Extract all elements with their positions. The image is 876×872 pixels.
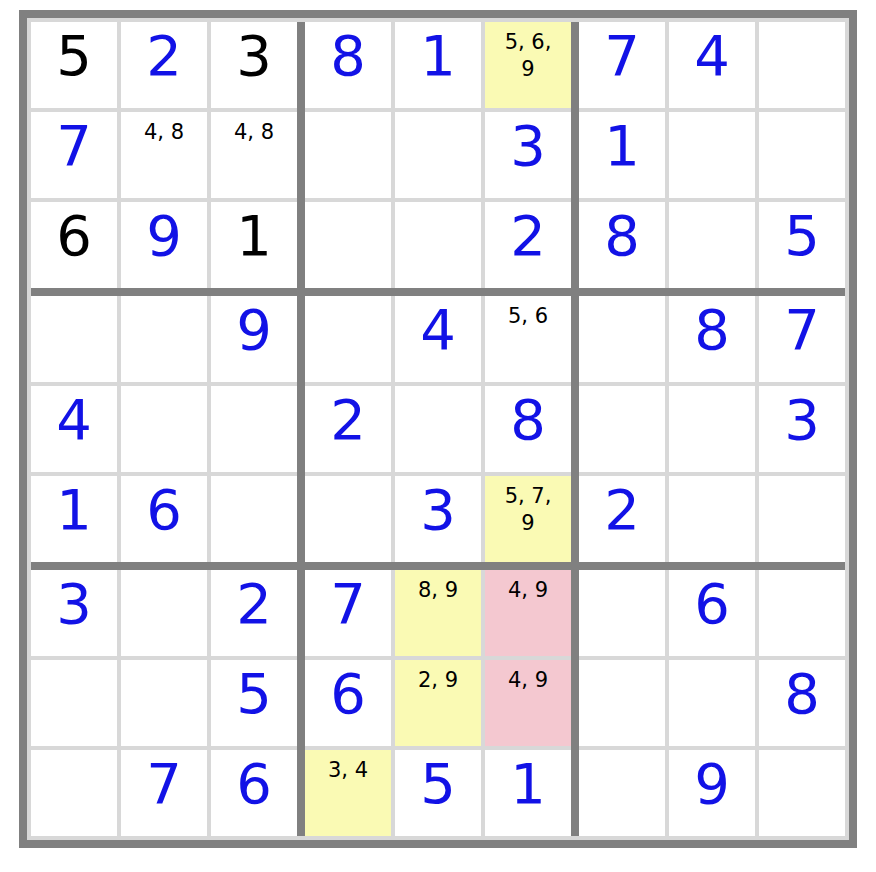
entered-digit: 4	[694, 22, 730, 90]
entered-digit: 9	[694, 750, 730, 818]
box-7: 32576	[31, 570, 297, 836]
cell-r8c3[interactable]: 5	[211, 660, 297, 746]
box-5: 45, 62835, 7, 9	[305, 296, 571, 562]
entered-digit: 2	[510, 202, 546, 270]
cell-r6c2[interactable]: 6	[121, 476, 207, 562]
cell-r7c8[interactable]: 6	[669, 570, 755, 656]
cell-r2c4[interactable]	[305, 112, 391, 198]
cell-r7c2[interactable]	[121, 570, 207, 656]
cell-r5c3[interactable]	[211, 386, 297, 472]
entered-digit: 6	[146, 476, 182, 544]
cell-r2c6[interactable]: 3	[485, 112, 571, 198]
cell-r4c2[interactable]	[121, 296, 207, 382]
entered-digit: 8	[510, 386, 546, 454]
cell-r1c4[interactable]: 8	[305, 22, 391, 108]
entered-digit: 2	[146, 22, 182, 90]
cell-r6c1[interactable]: 1	[31, 476, 117, 562]
cell-r3c5[interactable]	[395, 202, 481, 288]
cell-r9c1[interactable]	[31, 750, 117, 836]
entered-digit: 2	[604, 476, 640, 544]
entered-digit: 6	[330, 660, 366, 728]
cell-r1c1[interactable]: 5	[31, 22, 117, 108]
box-3: 74185	[579, 22, 845, 288]
cell-r5c8[interactable]	[669, 386, 755, 472]
cell-r3c6[interactable]: 2	[485, 202, 571, 288]
cell-r7c3[interactable]: 2	[211, 570, 297, 656]
cell-r5c7[interactable]	[579, 386, 665, 472]
cell-r1c3[interactable]: 3	[211, 22, 297, 108]
cell-r9c6[interactable]: 1	[485, 750, 571, 836]
cell-r9c2[interactable]: 7	[121, 750, 207, 836]
cell-r8c2[interactable]	[121, 660, 207, 746]
cell-r7c5[interactable]: 8, 9	[395, 570, 481, 656]
cell-r9c3[interactable]: 6	[211, 750, 297, 836]
entered-digit: 3	[510, 112, 546, 180]
entered-digit: 7	[146, 750, 182, 818]
cell-r9c8[interactable]: 9	[669, 750, 755, 836]
entered-digit: 7	[330, 570, 366, 638]
entered-digit: 7	[604, 22, 640, 90]
given-digit: 5	[56, 22, 92, 90]
cell-r9c5[interactable]: 5	[395, 750, 481, 836]
cell-r2c5[interactable]	[395, 112, 481, 198]
box-6: 8732	[579, 296, 845, 562]
cell-r3c9[interactable]: 5	[759, 202, 845, 288]
entered-digit: 7	[56, 112, 92, 180]
cell-r7c1[interactable]: 3	[31, 570, 117, 656]
entered-digit: 9	[236, 296, 272, 364]
cell-r8c1[interactable]	[31, 660, 117, 746]
given-digit: 6	[56, 202, 92, 270]
cell-r2c2[interactable]: 4, 8	[121, 112, 207, 198]
cell-r3c4[interactable]	[305, 202, 391, 288]
candidates: 2, 9	[418, 667, 458, 694]
entered-digit: 5	[784, 202, 820, 270]
cell-r4c7[interactable]	[579, 296, 665, 382]
cell-r7c7[interactable]	[579, 570, 665, 656]
entered-digit: 4	[56, 386, 92, 454]
candidates: 5, 6, 9	[496, 29, 560, 84]
candidates: 3, 4	[328, 757, 368, 784]
cell-r4c9[interactable]: 7	[759, 296, 845, 382]
cell-r5c9[interactable]: 3	[759, 386, 845, 472]
cell-r2c7[interactable]: 1	[579, 112, 665, 198]
sudoku-board: 52374, 84, 8691815, 6, 93274185941645, 6…	[31, 22, 845, 836]
box-2: 815, 6, 932	[305, 22, 571, 288]
candidates: 4, 9	[508, 577, 548, 604]
cell-r4c4[interactable]	[305, 296, 391, 382]
entered-digit: 1	[510, 750, 546, 818]
cell-r8c7[interactable]	[579, 660, 665, 746]
candidates: 4, 9	[508, 667, 548, 694]
cell-r1c7[interactable]: 7	[579, 22, 665, 108]
cell-r5c6[interactable]: 8	[485, 386, 571, 472]
cell-r5c2[interactable]	[121, 386, 207, 472]
cell-r5c5[interactable]	[395, 386, 481, 472]
cell-r2c3[interactable]: 4, 8	[211, 112, 297, 198]
cell-r8c9[interactable]: 8	[759, 660, 845, 746]
entered-digit: 8	[604, 202, 640, 270]
cell-r1c6[interactable]: 5, 6, 9	[485, 22, 571, 108]
box-8: 78, 94, 962, 94, 93, 451	[305, 570, 571, 836]
cell-r9c4[interactable]: 3, 4	[305, 750, 391, 836]
entered-digit: 9	[146, 202, 182, 270]
box-9: 689	[579, 570, 845, 836]
cell-r4c8[interactable]: 8	[669, 296, 755, 382]
cell-r1c2[interactable]: 2	[121, 22, 207, 108]
entered-digit: 3	[56, 570, 92, 638]
cell-r3c2[interactable]: 9	[121, 202, 207, 288]
cell-r8c4[interactable]: 6	[305, 660, 391, 746]
entered-digit: 1	[420, 22, 456, 90]
candidates: 5, 6	[508, 303, 548, 330]
entered-digit: 5	[420, 750, 456, 818]
candidates: 4, 8	[144, 119, 184, 146]
entered-digit: 2	[330, 386, 366, 454]
cell-r6c9[interactable]	[759, 476, 845, 562]
cell-r6c8[interactable]	[669, 476, 755, 562]
cell-r4c5[interactable]: 4	[395, 296, 481, 382]
sudoku-frame: 52374, 84, 8691815, 6, 93274185941645, 6…	[19, 10, 857, 848]
given-digit: 1	[236, 202, 272, 270]
box-1: 52374, 84, 8691	[31, 22, 297, 288]
entered-digit: 1	[56, 476, 92, 544]
cell-r9c7[interactable]	[579, 750, 665, 836]
candidates: 8, 9	[418, 577, 458, 604]
cell-r1c8[interactable]: 4	[669, 22, 755, 108]
entered-digit: 4	[420, 296, 456, 364]
cell-r4c3[interactable]: 9	[211, 296, 297, 382]
cell-r2c8[interactable]	[669, 112, 755, 198]
box-4: 9416	[31, 296, 297, 562]
cell-r5c1[interactable]: 4	[31, 386, 117, 472]
cell-r6c4[interactable]	[305, 476, 391, 562]
entered-digit: 2	[236, 570, 272, 638]
entered-digit: 5	[236, 660, 272, 728]
cell-r7c9[interactable]	[759, 570, 845, 656]
cell-r3c1[interactable]: 6	[31, 202, 117, 288]
cell-r3c8[interactable]	[669, 202, 755, 288]
cell-r8c5[interactable]: 2, 9	[395, 660, 481, 746]
cell-r9c9[interactable]	[759, 750, 845, 836]
cell-r6c5[interactable]: 3	[395, 476, 481, 562]
cell-r1c9[interactable]	[759, 22, 845, 108]
entered-digit: 3	[784, 386, 820, 454]
cell-r7c4[interactable]: 7	[305, 570, 391, 656]
cell-r2c9[interactable]	[759, 112, 845, 198]
cell-r2c1[interactable]: 7	[31, 112, 117, 198]
cell-r8c8[interactable]	[669, 660, 755, 746]
entered-digit: 1	[604, 112, 640, 180]
cell-r1c5[interactable]: 1	[395, 22, 481, 108]
cell-r6c3[interactable]	[211, 476, 297, 562]
entered-digit: 8	[694, 296, 730, 364]
cell-r3c7[interactable]: 8	[579, 202, 665, 288]
candidates: 4, 8	[234, 119, 274, 146]
cell-r5c4[interactable]: 2	[305, 386, 391, 472]
cell-r7c6[interactable]: 4, 9	[485, 570, 571, 656]
entered-digit: 8	[784, 660, 820, 728]
entered-digit: 3	[420, 476, 456, 544]
cell-r4c6[interactable]: 5, 6	[485, 296, 571, 382]
cell-r4c1[interactable]	[31, 296, 117, 382]
cell-r8c6[interactable]: 4, 9	[485, 660, 571, 746]
entered-digit: 8	[330, 22, 366, 90]
candidates: 5, 7, 9	[496, 483, 560, 538]
entered-digit: 6	[236, 750, 272, 818]
entered-digit: 6	[694, 570, 730, 638]
cell-r3c3[interactable]: 1	[211, 202, 297, 288]
cell-r6c7[interactable]: 2	[579, 476, 665, 562]
given-digit: 3	[236, 22, 272, 90]
entered-digit: 7	[784, 296, 820, 364]
cell-r6c6[interactable]: 5, 7, 9	[485, 476, 571, 562]
